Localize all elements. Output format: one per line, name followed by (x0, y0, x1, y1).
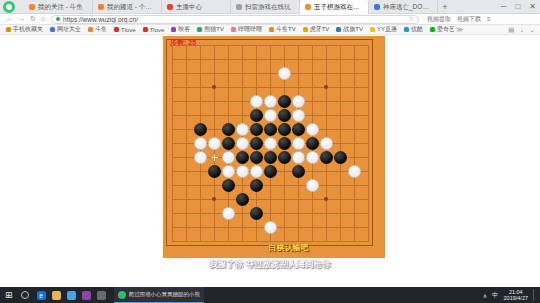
white-stone-4-8 (222, 151, 235, 164)
bookmarks-list: 手机收藏夹网址大全斗鱼TloveTlove映客熊猫TV哔哩哔哩斗鱼TV虎牙TV战… (6, 25, 454, 34)
white-stone-9-7 (292, 137, 305, 150)
bookmark-star-icon[interactable]: ☆ (408, 15, 414, 23)
bookmark-label: 优酷 (411, 25, 423, 34)
bookmark-label: 网址大全 (57, 25, 81, 34)
black-stone-6-7 (250, 137, 263, 150)
tab-3[interactable]: 扫雷游戏在线玩 (231, 0, 300, 14)
star-point (324, 85, 328, 89)
white-stone-7-13 (264, 221, 277, 234)
tray-expand-icon[interactable]: ∧ (483, 292, 487, 299)
black-stone-12-8 (334, 151, 347, 164)
bookmark-item-13[interactable]: 爱奇艺 (430, 25, 454, 34)
search-icon[interactable] (21, 291, 29, 299)
white-stone-3-7 (208, 137, 221, 150)
tab-bar: 我的关注 - 斗鱼我的频道 - 个人中心主播中心扫雷游戏在线玩五子棋游戏在线玩神… (0, 0, 540, 14)
black-stone-5-11 (236, 193, 249, 206)
bookmark-label: 哔哩哔哩 (238, 25, 262, 34)
bookmark-item-5[interactable]: 映客 (171, 25, 190, 34)
bookmarks-bar: 手机收藏夹网址大全斗鱼TloveTlove映客熊猫TV哔哩哔哩斗鱼TV虎牙TV战… (0, 25, 540, 35)
bookmark-label: 爱奇艺 (437, 25, 454, 34)
bookmark-label: Tlove (150, 27, 165, 33)
star-point (212, 197, 216, 201)
taskbar-app-icons: e (37, 291, 106, 300)
download-icon[interactable]: ↓ (520, 26, 523, 34)
tab-label: 我的关注 - 斗鱼 (38, 3, 83, 12)
bookmark-item-1[interactable]: 网址大全 (50, 25, 81, 34)
address-bar[interactable]: https://www.wuziqi.org.cn/ ☆ (51, 15, 419, 24)
bookmark-item-9[interactable]: 虎牙TV (303, 25, 330, 34)
star-point (212, 85, 216, 89)
black-stone-10-7 (306, 137, 319, 150)
app-icon (118, 291, 126, 299)
tab-label: 扫雷游戏在线玩 (245, 3, 291, 12)
taskbar: ⊞ e 爬过围墙小心翼翼蹦跶的小熊 ∧ 中 21:04 2019/4/27 (0, 287, 540, 303)
taskbar-icon-4[interactable] (97, 291, 106, 300)
black-stone-2-6 (194, 123, 207, 136)
bookmark-item-7[interactable]: 哔哩哔哩 (231, 25, 262, 34)
browser-logo-icon[interactable] (3, 1, 15, 13)
white-stone-7-7 (264, 137, 277, 150)
video-subtitle: 我服了你 夺过放宽别人海阔给你 (0, 259, 540, 271)
browser-window: 我的关注 - 斗鱼我的频道 - 个人中心主播中心扫雷游戏在线玩五子棋游戏在线玩神… (0, 0, 540, 303)
bookmark-label: 手机收藏夹 (13, 25, 43, 34)
bookmark-item-8[interactable]: 斗鱼TV (269, 25, 296, 34)
bookmark-label: 斗鱼 (95, 25, 107, 34)
taskbar-icon-1[interactable] (52, 291, 61, 300)
white-stone-11-7 (320, 137, 333, 150)
white-stone-9-5 (292, 109, 305, 122)
bookmark-label: 虎牙TV (310, 25, 330, 34)
white-stone-2-7 (194, 137, 207, 150)
black-stone-4-6 (222, 123, 235, 136)
white-stone-5-7 (236, 137, 249, 150)
secure-lock-icon (56, 17, 60, 21)
bookmark-item-10[interactable]: 战旗TV (336, 25, 363, 34)
board-caption: 白棋认输吧 (268, 242, 308, 253)
bookmark-item-11[interactable]: YY直播 (370, 25, 397, 34)
clock[interactable]: 21:04 2019/4/27 (504, 289, 528, 301)
black-stone-4-7 (222, 137, 235, 150)
black-stone-6-8 (250, 151, 263, 164)
white-stone-8-2 (278, 67, 291, 80)
home-icon[interactable]: ⌂ (41, 15, 45, 23)
white-stone-7-4 (264, 95, 277, 108)
panel-icon[interactable]: ▤ (508, 26, 514, 34)
black-stone-6-6 (250, 123, 263, 136)
forward-icon[interactable]: → (18, 15, 25, 23)
bookmark-favicon (50, 27, 55, 32)
black-stone-7-6 (264, 123, 277, 136)
tab-favicon (236, 4, 242, 10)
tray-date: 2019/4/27 (504, 295, 528, 301)
bookmark-favicon (336, 27, 341, 32)
black-stone-4-10 (222, 179, 235, 192)
taskbar-icon-3[interactable] (82, 291, 91, 300)
bookmarks-right-icons: ▤ ↓ ⌄ (508, 26, 535, 34)
bookmark-favicon (370, 27, 375, 32)
bookmark-favicon (303, 27, 308, 32)
bookmark-label: 映客 (178, 25, 190, 34)
tab-label: 五子棋游戏在线玩 (314, 3, 363, 12)
bookmark-label: 斗鱼TV (276, 25, 296, 34)
black-stone-3-9 (208, 165, 221, 178)
show-desktop-button[interactable] (533, 289, 536, 301)
black-stone-8-7 (278, 137, 291, 150)
bookmark-favicon (430, 27, 435, 32)
bookmark-favicon (6, 27, 11, 32)
tab-favicon (167, 4, 173, 10)
black-stone-8-8 (278, 151, 291, 164)
bookmark-item-12[interactable]: 优酷 (404, 25, 423, 34)
bookmark-item-4[interactable]: Tlove (143, 25, 165, 34)
video-extract-button[interactable]: 视频提取 (427, 15, 451, 24)
white-stone-10-6 (306, 123, 319, 136)
app-title: 爬过围墙小心翼翼蹦跶的小熊 (129, 291, 201, 298)
black-stone-8-4 (278, 95, 291, 108)
gomoku-board[interactable]: 步数: 25 白棋认输吧 (163, 36, 385, 258)
bookmark-favicon (231, 27, 236, 32)
white-stone-4-9 (222, 165, 235, 178)
white-stone-9-4 (292, 95, 305, 108)
black-stone-11-8 (320, 151, 333, 164)
bookmark-favicon (143, 27, 148, 32)
bookmark-item-0[interactable]: 手机收藏夹 (6, 25, 43, 34)
tab-favicon (29, 4, 35, 10)
active-app-button[interactable]: 爬过围墙小心翼翼蹦跶的小熊 (114, 287, 205, 303)
bookmark-label: YY直播 (377, 25, 397, 34)
minimize-icon[interactable]: ─ (501, 2, 507, 11)
bookmark-favicon (269, 27, 274, 32)
back-icon[interactable]: ← (6, 15, 13, 23)
bookmark-item-2[interactable]: 斗鱼 (88, 25, 107, 34)
tab-favicon (305, 4, 311, 10)
language-indicator[interactable]: 中 (492, 291, 499, 300)
star-point (324, 197, 328, 201)
white-stone-5-9 (236, 165, 249, 178)
address-toolbar: ← → ↻ ⌂ https://www.wuziqi.org.cn/ ☆ 视频提… (0, 14, 540, 25)
bookmark-label: Tlove (121, 27, 136, 33)
white-stone-5-6 (236, 123, 249, 136)
tab-label: 主播中心 (176, 3, 202, 12)
white-stone-7-5 (264, 109, 277, 122)
mouse-cursor (211, 154, 218, 161)
black-stone-7-9 (264, 165, 277, 178)
web-page: 步数: 25 白棋认输吧 我服了你 夺过放宽别人海阔给你 (0, 35, 540, 287)
tab-2[interactable]: 主播中心 (162, 0, 231, 14)
toolbar-right: 视频提取 视频下载 ≡ (427, 15, 491, 24)
bookmark-favicon (114, 27, 119, 32)
bookmark-item-6[interactable]: 熊猫TV (197, 25, 224, 34)
refresh-icon[interactable]: ↻ (30, 15, 36, 23)
white-stone-4-12 (222, 207, 235, 220)
tab-favicon (374, 4, 380, 10)
white-stone-6-9 (250, 165, 263, 178)
start-button[interactable]: ⊞ (5, 290, 13, 300)
maximize-icon[interactable]: □ (515, 2, 520, 11)
black-stone-7-8 (264, 151, 277, 164)
menu-icon[interactable]: ≡ (487, 16, 491, 22)
taskbar-icon-0[interactable]: e (37, 291, 46, 300)
window-controls: ─ □ ✕ (501, 0, 536, 13)
bookmark-favicon (404, 27, 409, 32)
white-stone-13-9 (348, 165, 361, 178)
tab-1[interactable]: 我的频道 - 个人中心 (93, 0, 162, 14)
tab-favicon (98, 4, 104, 10)
bookmark-label: 熊猫TV (204, 25, 224, 34)
white-stone-6-4 (250, 95, 263, 108)
black-stone-5-8 (236, 151, 249, 164)
bookmark-favicon (197, 27, 202, 32)
black-stone-6-5 (250, 109, 263, 122)
black-stone-9-9 (292, 165, 305, 178)
black-stone-9-6 (292, 123, 305, 136)
bookmarks-overflow-icon[interactable]: ≫ (456, 26, 463, 34)
white-stone-9-8 (292, 151, 305, 164)
system-tray: ∧ 中 21:04 2019/4/27 (483, 289, 536, 301)
tab-0[interactable]: 我的关注 - 斗鱼 (24, 0, 93, 14)
white-stone-10-8 (306, 151, 319, 164)
url-text[interactable]: https://www.wuziqi.org.cn/ (63, 16, 405, 23)
white-stone-10-10 (306, 179, 319, 192)
chevron-down-icon[interactable]: ⌄ (530, 26, 535, 34)
white-stone-2-8 (194, 151, 207, 164)
tab-5[interactable]: 神庙逃亡_DOTA2贴吧 (369, 0, 438, 14)
bookmark-item-3[interactable]: Tlove (114, 25, 136, 34)
black-stone-8-5 (278, 109, 291, 122)
tab-label: 我的频道 - 个人中心 (107, 3, 156, 12)
black-stone-8-6 (278, 123, 291, 136)
taskbar-icon-2[interactable] (67, 291, 76, 300)
bookmark-label: 战旗TV (343, 25, 363, 34)
close-icon[interactable]: ✕ (529, 2, 536, 11)
bookmark-favicon (171, 27, 176, 32)
tab-strip: 我的关注 - 斗鱼我的频道 - 个人中心主播中心扫雷游戏在线玩五子棋游戏在线玩神… (24, 0, 452, 14)
new-tab-button[interactable]: + (438, 0, 452, 14)
bookmark-favicon (88, 27, 93, 32)
nav-icons: ← → ↻ ⌂ (6, 15, 45, 23)
black-stone-6-12 (250, 207, 263, 220)
black-stone-6-10 (250, 179, 263, 192)
video-download-button[interactable]: 视频下载 (457, 15, 481, 24)
tab-4[interactable]: 五子棋游戏在线玩 (300, 0, 369, 14)
tab-label: 神庙逃亡_DOTA2贴吧 (383, 3, 432, 12)
